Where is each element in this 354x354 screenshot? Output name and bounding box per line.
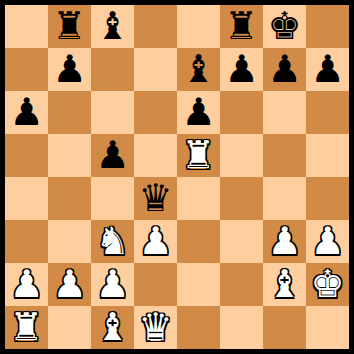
piece-white-bishop[interactable]: ♝	[95, 306, 129, 349]
piece-black-pawn[interactable]: ♟	[181, 91, 215, 134]
square-c3[interactable]: ♞	[91, 220, 134, 263]
piece-black-pawn[interactable]: ♟	[95, 134, 129, 177]
piece-black-pawn[interactable]: ♟	[9, 91, 43, 134]
square-a1[interactable]: ♜	[5, 306, 48, 349]
piece-white-pawn[interactable]: ♟	[9, 263, 43, 306]
square-e1[interactable]	[177, 306, 220, 349]
piece-white-queen[interactable]: ♛	[138, 306, 172, 349]
square-b4[interactable]	[48, 177, 91, 220]
square-d6[interactable]	[134, 91, 177, 134]
square-f7[interactable]: ♟	[220, 48, 263, 91]
square-b2[interactable]: ♟	[48, 263, 91, 306]
square-d2[interactable]	[134, 263, 177, 306]
piece-white-pawn[interactable]: ♟	[52, 263, 86, 306]
square-a7[interactable]	[5, 48, 48, 91]
square-e2[interactable]	[177, 263, 220, 306]
square-g7[interactable]: ♟	[263, 48, 306, 91]
square-f2[interactable]	[220, 263, 263, 306]
piece-black-rook[interactable]: ♜	[224, 5, 258, 48]
square-h1[interactable]	[306, 306, 349, 349]
square-a3[interactable]	[5, 220, 48, 263]
square-f5[interactable]	[220, 134, 263, 177]
square-h2[interactable]: ♚	[306, 263, 349, 306]
square-d1[interactable]: ♛	[134, 306, 177, 349]
square-a2[interactable]: ♟	[5, 263, 48, 306]
square-e7[interactable]: ♝	[177, 48, 220, 91]
piece-black-bishop[interactable]: ♝	[95, 5, 129, 48]
square-c7[interactable]	[91, 48, 134, 91]
square-g4[interactable]	[263, 177, 306, 220]
piece-black-bishop[interactable]: ♝	[181, 48, 215, 91]
piece-white-rook[interactable]: ♜	[181, 134, 215, 177]
square-g5[interactable]	[263, 134, 306, 177]
square-a4[interactable]	[5, 177, 48, 220]
square-g2[interactable]: ♝	[263, 263, 306, 306]
square-b5[interactable]	[48, 134, 91, 177]
square-e5[interactable]: ♜	[177, 134, 220, 177]
square-g1[interactable]	[263, 306, 306, 349]
chess-board: ♜♝♜♚♟♝♟♟♟♟♟♟♜♛♞♟♟♟♟♟♟♝♚♜♝♛	[5, 5, 349, 349]
square-d5[interactable]	[134, 134, 177, 177]
square-h3[interactable]: ♟	[306, 220, 349, 263]
square-e4[interactable]	[177, 177, 220, 220]
square-g8[interactable]: ♚	[263, 5, 306, 48]
square-f3[interactable]	[220, 220, 263, 263]
square-b1[interactable]	[48, 306, 91, 349]
square-g3[interactable]: ♟	[263, 220, 306, 263]
square-e3[interactable]	[177, 220, 220, 263]
square-c4[interactable]	[91, 177, 134, 220]
square-f1[interactable]	[220, 306, 263, 349]
piece-black-queen[interactable]: ♛	[138, 177, 172, 220]
piece-white-pawn[interactable]: ♟	[310, 220, 344, 263]
square-h7[interactable]: ♟	[306, 48, 349, 91]
piece-white-king[interactable]: ♚	[310, 263, 344, 306]
square-c8[interactable]: ♝	[91, 5, 134, 48]
piece-white-pawn[interactable]: ♟	[138, 220, 172, 263]
square-c6[interactable]	[91, 91, 134, 134]
piece-black-pawn[interactable]: ♟	[267, 48, 301, 91]
square-e8[interactable]	[177, 5, 220, 48]
square-h6[interactable]	[306, 91, 349, 134]
piece-black-rook[interactable]: ♜	[52, 5, 86, 48]
square-d7[interactable]	[134, 48, 177, 91]
square-c1[interactable]: ♝	[91, 306, 134, 349]
chess-board-frame: ♜♝♜♚♟♝♟♟♟♟♟♟♜♛♞♟♟♟♟♟♟♝♚♜♝♛	[0, 0, 354, 354]
square-h8[interactable]	[306, 5, 349, 48]
square-g6[interactable]	[263, 91, 306, 134]
piece-white-bishop[interactable]: ♝	[267, 263, 301, 306]
square-d8[interactable]	[134, 5, 177, 48]
square-f8[interactable]: ♜	[220, 5, 263, 48]
square-b7[interactable]: ♟	[48, 48, 91, 91]
piece-white-rook[interactable]: ♜	[9, 306, 43, 349]
square-b8[interactable]: ♜	[48, 5, 91, 48]
square-h4[interactable]	[306, 177, 349, 220]
piece-black-pawn[interactable]: ♟	[224, 48, 258, 91]
square-d4[interactable]: ♛	[134, 177, 177, 220]
square-b3[interactable]	[48, 220, 91, 263]
piece-white-pawn[interactable]: ♟	[95, 263, 129, 306]
square-f4[interactable]	[220, 177, 263, 220]
square-e6[interactable]: ♟	[177, 91, 220, 134]
square-a6[interactable]: ♟	[5, 91, 48, 134]
piece-white-pawn[interactable]: ♟	[267, 220, 301, 263]
square-d3[interactable]: ♟	[134, 220, 177, 263]
piece-white-knight[interactable]: ♞	[95, 220, 129, 263]
piece-black-pawn[interactable]: ♟	[310, 48, 344, 91]
piece-black-king[interactable]: ♚	[267, 5, 301, 48]
square-a8[interactable]	[5, 5, 48, 48]
square-b6[interactable]	[48, 91, 91, 134]
square-c5[interactable]: ♟	[91, 134, 134, 177]
piece-black-pawn[interactable]: ♟	[52, 48, 86, 91]
square-f6[interactable]	[220, 91, 263, 134]
square-h5[interactable]	[306, 134, 349, 177]
square-c2[interactable]: ♟	[91, 263, 134, 306]
square-a5[interactable]	[5, 134, 48, 177]
